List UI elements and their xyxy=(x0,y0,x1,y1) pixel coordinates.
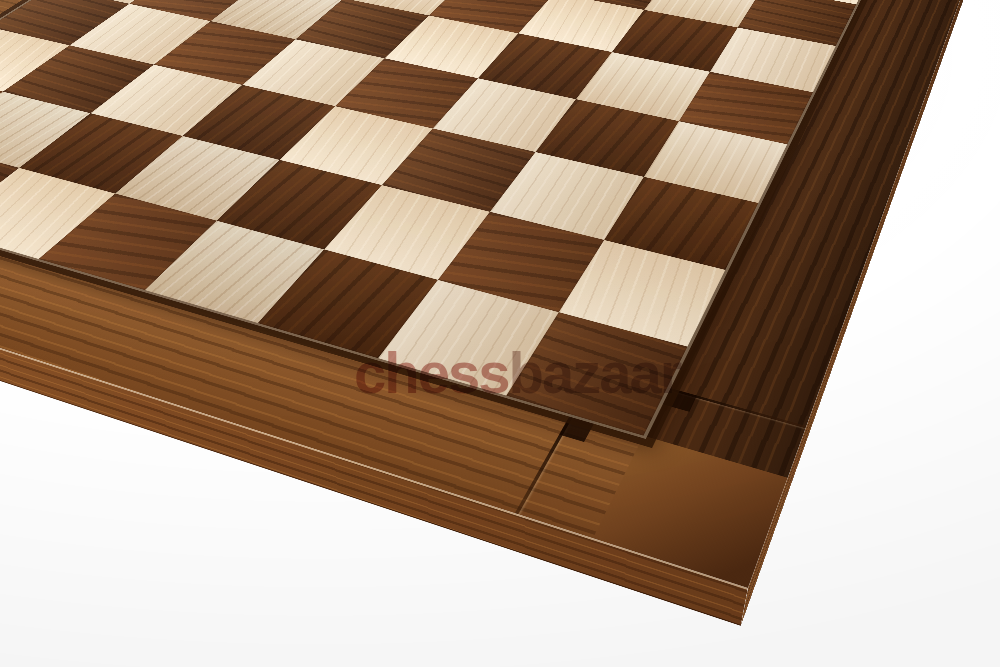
board-frame xyxy=(0,0,979,588)
product-photo: chessbazaar xyxy=(0,0,1000,667)
board-scene xyxy=(0,0,1000,667)
chessboard xyxy=(0,0,979,588)
